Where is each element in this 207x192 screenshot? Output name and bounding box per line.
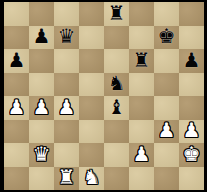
white-pawn-h3[interactable]: ♟ [183, 120, 201, 140]
square-h2[interactable]: ♚ [179, 143, 204, 167]
chess-board: ♜♟♛♚♟♜♟♞♟♟♟♝♟♟♛♟♚♜♞ [4, 2, 204, 190]
square-e3[interactable] [104, 120, 129, 144]
square-g1[interactable] [154, 167, 179, 191]
square-f5[interactable] [129, 73, 154, 97]
square-f7[interactable] [129, 26, 154, 50]
square-g3[interactable]: ♟ [154, 120, 179, 144]
square-b6[interactable] [29, 49, 54, 73]
black-pawn-h6[interactable]: ♟ [183, 50, 201, 70]
square-b1[interactable] [29, 167, 54, 191]
square-e7[interactable] [104, 26, 129, 50]
black-pawn-a6[interactable]: ♟ [8, 50, 26, 70]
square-h1[interactable] [179, 167, 204, 191]
square-d3[interactable] [79, 120, 104, 144]
square-g7[interactable]: ♚ [154, 26, 179, 50]
square-e1[interactable] [104, 167, 129, 191]
square-a2[interactable] [4, 143, 29, 167]
square-a1[interactable] [4, 167, 29, 191]
square-f4[interactable] [129, 96, 154, 120]
square-c8[interactable] [54, 2, 79, 26]
square-b8[interactable] [29, 2, 54, 26]
black-king-g7[interactable]: ♚ [158, 26, 176, 46]
square-c1[interactable]: ♜ [54, 167, 79, 191]
black-rook-e8[interactable]: ♜ [108, 3, 126, 23]
white-rook-c1[interactable]: ♜ [58, 167, 76, 187]
white-king-h2[interactable]: ♚ [183, 144, 201, 164]
square-c7[interactable]: ♛ [54, 26, 79, 50]
square-h5[interactable] [179, 73, 204, 97]
square-f3[interactable] [129, 120, 154, 144]
square-d7[interactable] [79, 26, 104, 50]
square-e8[interactable]: ♜ [104, 2, 129, 26]
square-g2[interactable] [154, 143, 179, 167]
white-pawn-g3[interactable]: ♟ [158, 120, 176, 140]
square-e2[interactable] [104, 143, 129, 167]
square-d1[interactable]: ♞ [79, 167, 104, 191]
square-b7[interactable]: ♟ [29, 26, 54, 50]
chess-board-frame: ♜♟♛♚♟♜♟♞♟♟♟♝♟♟♛♟♚♜♞ [0, 0, 207, 192]
square-d8[interactable] [79, 2, 104, 26]
square-c3[interactable] [54, 120, 79, 144]
square-h7[interactable] [179, 26, 204, 50]
square-h6[interactable]: ♟ [179, 49, 204, 73]
square-b2[interactable]: ♛ [29, 143, 54, 167]
square-a8[interactable] [4, 2, 29, 26]
white-pawn-f2[interactable]: ♟ [133, 144, 151, 164]
black-pawn-b7[interactable]: ♟ [33, 26, 51, 46]
square-a6[interactable]: ♟ [4, 49, 29, 73]
square-c2[interactable] [54, 143, 79, 167]
white-pawn-a4[interactable]: ♟ [8, 97, 26, 117]
square-g5[interactable] [154, 73, 179, 97]
square-f2[interactable]: ♟ [129, 143, 154, 167]
square-b4[interactable]: ♟ [29, 96, 54, 120]
square-g8[interactable] [154, 2, 179, 26]
square-a4[interactable]: ♟ [4, 96, 29, 120]
square-d4[interactable] [79, 96, 104, 120]
black-queen-c7[interactable]: ♛ [58, 26, 76, 46]
square-a5[interactable] [4, 73, 29, 97]
square-b5[interactable] [29, 73, 54, 97]
square-c6[interactable] [54, 49, 79, 73]
square-h8[interactable] [179, 2, 204, 26]
white-knight-d1[interactable]: ♞ [83, 167, 101, 187]
square-f6[interactable]: ♜ [129, 49, 154, 73]
black-bishop-e4[interactable]: ♝ [108, 97, 126, 117]
square-h3[interactable]: ♟ [179, 120, 204, 144]
black-knight-e5[interactable]: ♞ [108, 73, 126, 93]
square-e5[interactable]: ♞ [104, 73, 129, 97]
square-f1[interactable] [129, 167, 154, 191]
square-e4[interactable]: ♝ [104, 96, 129, 120]
white-queen-b2[interactable]: ♛ [33, 144, 51, 164]
square-a7[interactable] [4, 26, 29, 50]
white-pawn-b4[interactable]: ♟ [33, 97, 51, 117]
square-c5[interactable] [54, 73, 79, 97]
square-d5[interactable] [79, 73, 104, 97]
square-b3[interactable] [29, 120, 54, 144]
square-e6[interactable] [104, 49, 129, 73]
white-pawn-c4[interactable]: ♟ [58, 97, 76, 117]
square-d2[interactable] [79, 143, 104, 167]
square-g6[interactable] [154, 49, 179, 73]
square-f8[interactable] [129, 2, 154, 26]
square-h4[interactable] [179, 96, 204, 120]
square-g4[interactable] [154, 96, 179, 120]
black-rook-f6[interactable]: ♜ [133, 50, 151, 70]
square-d6[interactable] [79, 49, 104, 73]
square-c4[interactable]: ♟ [54, 96, 79, 120]
square-a3[interactable] [4, 120, 29, 144]
